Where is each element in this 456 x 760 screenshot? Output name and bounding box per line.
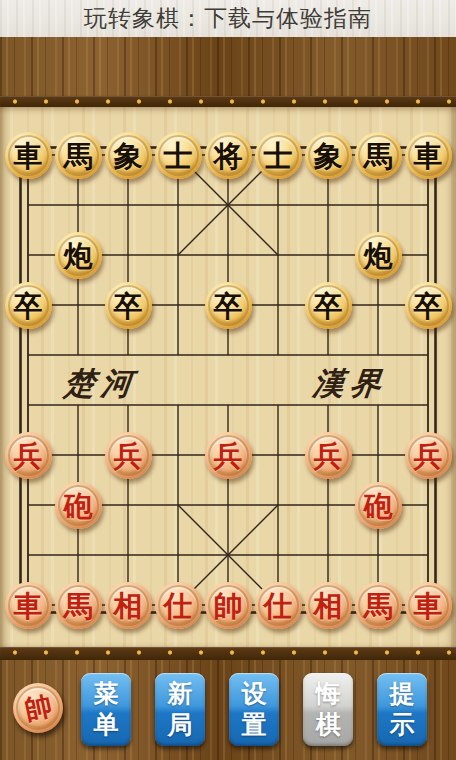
piece-black-soldier[interactable]: 卒 (5, 282, 52, 329)
piece-black-elephant[interactable]: 象 (305, 132, 352, 179)
undo-button[interactable]: 悔棋 (303, 673, 353, 746)
piece-black-soldier[interactable]: 卒 (405, 282, 452, 329)
xiangqi-app-window: 玩转象棋：下载与体验指南 楚河 漢界 車馬象士将士象馬車炮炮卒卒卒卒卒兵兵兵兵兵… (0, 0, 456, 760)
piece-glyph: 将 (214, 142, 243, 171)
button-label-char: 悔 (316, 680, 341, 709)
hint-button[interactable]: 提示 (377, 673, 427, 746)
piece-black-general[interactable]: 将 (205, 132, 252, 179)
piece-black-soldier[interactable]: 卒 (105, 282, 152, 329)
piece-glyph: 卒 (214, 292, 243, 321)
piece-glyph: 相 (114, 592, 143, 621)
piece-red-soldier[interactable]: 兵 (305, 432, 352, 479)
piece-glyph: 相 (314, 592, 343, 621)
rivet-strip-top (0, 96, 456, 107)
page-title: 玩转象棋：下载与体验指南 (84, 3, 372, 34)
piece-black-soldier[interactable]: 卒 (305, 282, 352, 329)
piece-glyph: 兵 (114, 442, 143, 471)
new-game-button[interactable]: 新局 (155, 673, 205, 746)
piece-glyph: 炮 (364, 242, 393, 271)
piece-red-soldier[interactable]: 兵 (405, 432, 452, 479)
piece-black-chariot[interactable]: 車 (405, 132, 452, 179)
river-label-right: 漢界 (311, 363, 389, 405)
piece-red-cannon[interactable]: 砲 (55, 482, 102, 529)
button-label-char: 菜 (94, 680, 119, 709)
piece-glyph: 兵 (14, 442, 43, 471)
piece-red-soldier[interactable]: 兵 (105, 432, 152, 479)
piece-black-advisor[interactable]: 士 (255, 132, 302, 179)
piece-black-horse[interactable]: 馬 (55, 132, 102, 179)
piece-glyph: 士 (164, 142, 193, 171)
button-label-char: 设 (242, 680, 267, 709)
piece-red-chariot[interactable]: 車 (5, 582, 52, 629)
piece-glyph: 炮 (64, 242, 93, 271)
piece-glyph: 仕 (264, 592, 293, 621)
piece-red-horse[interactable]: 馬 (55, 582, 102, 629)
piece-glyph: 象 (114, 142, 143, 171)
xiangqi-board[interactable]: 楚河 漢界 車馬象士将士象馬車炮炮卒卒卒卒卒兵兵兵兵兵砲砲車馬相仕帥仕相馬車 (0, 107, 456, 647)
piece-red-general[interactable]: 帥 (205, 582, 252, 629)
piece-black-soldier[interactable]: 卒 (205, 282, 252, 329)
piece-red-chariot[interactable]: 車 (405, 582, 452, 629)
piece-black-advisor[interactable]: 士 (155, 132, 202, 179)
turn-indicator-glyph: 帥 (22, 692, 54, 724)
piece-glyph: 砲 (64, 492, 93, 521)
piece-glyph: 象 (314, 142, 343, 171)
piece-glyph: 卒 (14, 292, 43, 321)
piece-glyph: 卒 (414, 292, 443, 321)
piece-glyph: 車 (414, 142, 443, 171)
piece-glyph: 車 (414, 592, 443, 621)
piece-black-cannon[interactable]: 炮 (355, 232, 402, 279)
title-bar: 玩转象棋：下载与体验指南 (0, 0, 456, 37)
settings-button[interactable]: 设置 (229, 673, 279, 746)
wood-panel-top (0, 37, 456, 97)
piece-black-elephant[interactable]: 象 (105, 132, 152, 179)
piece-glyph: 兵 (414, 442, 443, 471)
piece-glyph: 兵 (314, 442, 343, 471)
piece-red-advisor[interactable]: 仕 (255, 582, 302, 629)
piece-glyph: 馬 (364, 592, 393, 621)
rivet-strip-bottom (0, 647, 456, 660)
menu-button[interactable]: 菜单 (81, 673, 131, 746)
piece-red-elephant[interactable]: 相 (105, 582, 152, 629)
button-label-char: 提 (390, 680, 415, 709)
piece-glyph: 馬 (64, 142, 93, 171)
piece-red-horse[interactable]: 馬 (355, 582, 402, 629)
toolbar-button-row: 菜单新局设置悔棋提示 (0, 673, 456, 746)
button-label-char: 置 (242, 711, 267, 740)
piece-red-cannon[interactable]: 砲 (355, 482, 402, 529)
piece-glyph: 馬 (64, 592, 93, 621)
piece-glyph: 卒 (114, 292, 143, 321)
piece-black-horse[interactable]: 馬 (355, 132, 402, 179)
piece-glyph: 兵 (214, 442, 243, 471)
piece-glyph: 帥 (214, 592, 243, 621)
button-label-char: 局 (168, 711, 193, 740)
button-label-char: 棋 (316, 711, 341, 740)
river-label-left: 楚河 (62, 363, 140, 405)
button-label-char: 示 (390, 711, 415, 740)
piece-red-soldier[interactable]: 兵 (205, 432, 252, 479)
piece-black-cannon[interactable]: 炮 (55, 232, 102, 279)
piece-glyph: 仕 (164, 592, 193, 621)
piece-glyph: 車 (14, 142, 43, 171)
piece-glyph: 卒 (314, 292, 343, 321)
piece-black-chariot[interactable]: 車 (5, 132, 52, 179)
piece-glyph: 砲 (364, 492, 393, 521)
piece-red-advisor[interactable]: 仕 (155, 582, 202, 629)
piece-red-soldier[interactable]: 兵 (5, 432, 52, 479)
piece-glyph: 車 (14, 592, 43, 621)
piece-glyph: 士 (264, 142, 293, 171)
button-label-char: 单 (94, 711, 119, 740)
button-label-char: 新 (168, 680, 193, 709)
piece-red-elephant[interactable]: 相 (305, 582, 352, 629)
piece-glyph: 馬 (364, 142, 393, 171)
